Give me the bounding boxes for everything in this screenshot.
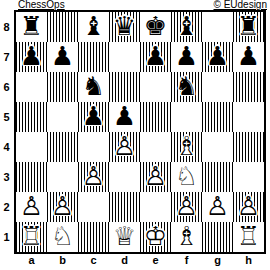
rank-label-1: 1 xyxy=(0,222,13,252)
piece-white-pawn: ♟♙ xyxy=(109,132,140,162)
square-g6[interactable] xyxy=(202,72,233,102)
piece-black-rook: ♜♜ xyxy=(233,12,264,42)
piece-white-bishop: ♝♗ xyxy=(171,132,202,162)
square-h2[interactable]: ♟♙ xyxy=(233,192,264,222)
piece-glyph: ♞ xyxy=(175,73,198,99)
chess-board: ♜♜♝♝♛♛♚♚♝♝♜♜♟♟♟♟♟♟♟♟♟♟♟♟♞♞♞♞♟♟♟♟♟♙♝♗♟♙♟♙… xyxy=(14,10,266,254)
piece-glyph: ♞ xyxy=(82,73,105,99)
square-h3[interactable] xyxy=(233,162,264,192)
piece-white-knight: ♞♘ xyxy=(47,222,78,252)
square-h5[interactable] xyxy=(233,102,264,132)
square-b8[interactable] xyxy=(47,12,78,42)
square-d4[interactable]: ♟♙ xyxy=(109,132,140,162)
piece-black-king: ♚♚ xyxy=(140,12,171,42)
chessops-title-link[interactable]: ChessOps xyxy=(18,0,65,10)
piece-white-rook: ♜♖ xyxy=(16,222,47,252)
file-label-h: h xyxy=(233,254,264,266)
square-a4[interactable] xyxy=(16,132,47,162)
rank-label-4: 4 xyxy=(0,132,13,162)
square-g8[interactable] xyxy=(202,12,233,42)
piece-glyph: ♖ xyxy=(20,223,43,249)
piece-white-pawn: ♟♙ xyxy=(171,192,202,222)
square-c3[interactable]: ♟♙ xyxy=(78,162,109,192)
piece-glyph: ♙ xyxy=(237,193,260,219)
file-label-d: d xyxy=(109,254,140,266)
file-label-e: e xyxy=(140,254,171,266)
piece-black-knight: ♞♞ xyxy=(78,72,109,102)
piece-glyph: ♟ xyxy=(82,103,105,129)
piece-glyph: ♟ xyxy=(237,43,260,69)
rank-label-6: 6 xyxy=(0,72,13,102)
square-b6[interactable] xyxy=(47,72,78,102)
piece-black-bishop: ♝♝ xyxy=(78,12,109,42)
square-b2[interactable]: ♟♙ xyxy=(47,192,78,222)
piece-glyph: ♟ xyxy=(113,103,136,129)
square-h4[interactable] xyxy=(233,132,264,162)
piece-white-king: ♚♔ xyxy=(140,222,171,252)
square-f8[interactable]: ♝♝ xyxy=(171,12,202,42)
square-c1[interactable] xyxy=(78,222,109,252)
square-a2[interactable]: ♟♙ xyxy=(16,192,47,222)
square-f5[interactable] xyxy=(171,102,202,132)
piece-black-pawn: ♟♟ xyxy=(140,42,171,72)
square-b3[interactable] xyxy=(47,162,78,192)
piece-black-pawn: ♟♟ xyxy=(78,102,109,132)
piece-black-pawn: ♟♟ xyxy=(233,42,264,72)
piece-glyph: ♙ xyxy=(206,193,229,219)
square-f6[interactable]: ♞♞ xyxy=(171,72,202,102)
square-d8[interactable]: ♛♛ xyxy=(109,12,140,42)
eudesign-credit-link[interactable]: © EUdesign xyxy=(213,0,267,10)
square-e1[interactable]: ♚♔ xyxy=(140,222,171,252)
chess-diagram-page: ChessOps © EUdesign 87654321 ♜♜♝♝♛♛♚♚♝♝♜… xyxy=(0,0,270,270)
square-e5[interactable] xyxy=(140,102,171,132)
square-b5[interactable] xyxy=(47,102,78,132)
square-a5[interactable] xyxy=(16,102,47,132)
square-e4[interactable] xyxy=(140,132,171,162)
square-d1[interactable]: ♛♕ xyxy=(109,222,140,252)
piece-black-pawn: ♟♟ xyxy=(202,42,233,72)
piece-white-rook: ♜♖ xyxy=(233,222,264,252)
rank-label-2: 2 xyxy=(0,192,13,222)
file-labels: abcdefgh xyxy=(16,254,264,266)
square-a6[interactable] xyxy=(16,72,47,102)
piece-glyph: ♝ xyxy=(175,13,198,39)
square-g3[interactable] xyxy=(202,162,233,192)
piece-black-rook: ♜♜ xyxy=(16,12,47,42)
piece-white-pawn: ♟♙ xyxy=(140,162,171,192)
piece-black-pawn: ♟♟ xyxy=(47,42,78,72)
square-b1[interactable]: ♞♘ xyxy=(47,222,78,252)
piece-glyph: ♘ xyxy=(51,223,74,249)
file-label-a: a xyxy=(16,254,47,266)
square-g2[interactable]: ♟♙ xyxy=(202,192,233,222)
square-g7[interactable]: ♟♟ xyxy=(202,42,233,72)
square-f7[interactable]: ♟♟ xyxy=(171,42,202,72)
square-d5[interactable]: ♟♟ xyxy=(109,102,140,132)
square-e7[interactable]: ♟♟ xyxy=(140,42,171,72)
square-f4[interactable]: ♝♗ xyxy=(171,132,202,162)
square-a7[interactable]: ♟♟ xyxy=(16,42,47,72)
square-g4[interactable] xyxy=(202,132,233,162)
piece-white-pawn: ♟♙ xyxy=(233,192,264,222)
piece-glyph: ♗ xyxy=(175,223,198,249)
square-h6[interactable] xyxy=(233,72,264,102)
square-b7[interactable]: ♟♟ xyxy=(47,42,78,72)
square-c6[interactable]: ♞♞ xyxy=(78,72,109,102)
piece-white-bishop: ♝♗ xyxy=(171,222,202,252)
piece-glyph: ♟ xyxy=(51,43,74,69)
piece-white-pawn: ♟♙ xyxy=(202,192,233,222)
rank-label-3: 3 xyxy=(0,162,13,192)
piece-black-queen: ♛♛ xyxy=(109,12,140,42)
piece-black-bishop: ♝♝ xyxy=(171,12,202,42)
piece-glyph: ♘ xyxy=(175,163,198,189)
rank-label-7: 7 xyxy=(0,42,13,72)
square-f2[interactable]: ♟♙ xyxy=(171,192,202,222)
piece-black-pawn: ♟♟ xyxy=(171,42,202,72)
rank-label-5: 5 xyxy=(0,102,13,132)
square-c2[interactable] xyxy=(78,192,109,222)
piece-white-pawn: ♟♙ xyxy=(78,162,109,192)
piece-glyph: ♟ xyxy=(175,43,198,69)
file-label-g: g xyxy=(202,254,233,266)
piece-glyph: ♙ xyxy=(51,193,74,219)
square-c5[interactable]: ♟♟ xyxy=(78,102,109,132)
piece-black-pawn: ♟♟ xyxy=(109,102,140,132)
piece-glyph: ♛ xyxy=(113,13,136,39)
square-b4[interactable] xyxy=(47,132,78,162)
piece-glyph: ♖ xyxy=(237,223,260,249)
piece-glyph: ♟ xyxy=(20,43,43,69)
piece-glyph: ♙ xyxy=(82,163,105,189)
file-label-b: b xyxy=(47,254,78,266)
square-h7[interactable]: ♟♟ xyxy=(233,42,264,72)
piece-glyph: ♙ xyxy=(20,193,43,219)
square-e6[interactable] xyxy=(140,72,171,102)
square-h1[interactable]: ♜♖ xyxy=(233,222,264,252)
square-c7[interactable] xyxy=(78,42,109,72)
piece-glyph: ♜ xyxy=(237,13,260,39)
piece-white-queen: ♛♕ xyxy=(109,222,140,252)
piece-glyph: ♙ xyxy=(144,163,167,189)
piece-glyph: ♔ xyxy=(144,223,167,249)
piece-glyph: ♟ xyxy=(144,43,167,69)
piece-white-pawn: ♟♙ xyxy=(16,192,47,222)
square-g1[interactable] xyxy=(202,222,233,252)
square-c8[interactable]: ♝♝ xyxy=(78,12,109,42)
rank-label-8: 8 xyxy=(0,12,13,42)
square-d6[interactable] xyxy=(109,72,140,102)
square-f1[interactable]: ♝♗ xyxy=(171,222,202,252)
file-label-c: c xyxy=(78,254,109,266)
file-label-f: f xyxy=(171,254,202,266)
square-e2[interactable] xyxy=(140,192,171,222)
square-d7[interactable] xyxy=(109,42,140,72)
square-g5[interactable] xyxy=(202,102,233,132)
square-e8[interactable]: ♚♚ xyxy=(140,12,171,42)
square-e3[interactable]: ♟♙ xyxy=(140,162,171,192)
piece-glyph: ♗ xyxy=(175,133,198,159)
square-a1[interactable]: ♜♖ xyxy=(16,222,47,252)
piece-glyph: ♚ xyxy=(144,13,167,39)
piece-glyph: ♕ xyxy=(113,223,136,249)
square-d2[interactable] xyxy=(109,192,140,222)
piece-glyph: ♙ xyxy=(113,133,136,159)
square-d3[interactable] xyxy=(109,162,140,192)
piece-glyph: ♟ xyxy=(206,43,229,69)
piece-glyph: ♙ xyxy=(175,193,198,219)
square-c4[interactable] xyxy=(78,132,109,162)
square-f3[interactable]: ♞♘ xyxy=(171,162,202,192)
rank-labels: 87654321 xyxy=(0,12,13,252)
square-h8[interactable]: ♜♜ xyxy=(233,12,264,42)
piece-black-pawn: ♟♟ xyxy=(16,42,47,72)
piece-glyph: ♜ xyxy=(20,13,43,39)
piece-white-knight: ♞♘ xyxy=(171,162,202,192)
piece-white-pawn: ♟♙ xyxy=(47,192,78,222)
square-a8[interactable]: ♜♜ xyxy=(16,12,47,42)
piece-black-knight: ♞♞ xyxy=(171,72,202,102)
square-a3[interactable] xyxy=(16,162,47,192)
piece-glyph: ♝ xyxy=(82,13,105,39)
